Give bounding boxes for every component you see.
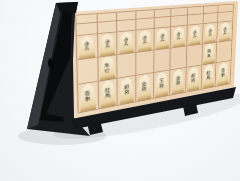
shogi-piece-pawn: 歩兵 <box>172 26 186 47</box>
shogi-piece-pawn: 歩兵 <box>204 23 217 43</box>
board-cell: 歩兵 <box>136 29 154 53</box>
shogi-board-grid: 歩兵歩兵歩兵歩兵歩兵歩兵歩兵歩兵歩兵角行飛車香車桂馬銀将金将玉将金将銀将桂馬香車 <box>75 4 234 114</box>
shogi-piece-king: 玉将 <box>155 71 169 98</box>
board-cell: 歩兵 <box>187 24 203 46</box>
board-cell <box>171 46 188 70</box>
board-cell <box>77 58 98 86</box>
case-shadow <box>18 127 106 145</box>
board-cell: 歩兵 <box>154 27 171 50</box>
board-cell: 香車 <box>216 61 231 86</box>
shogi-piece-bishop: 角行 <box>99 55 115 80</box>
board-cell: 歩兵 <box>203 23 219 44</box>
shogi-piece-pawn: 歩兵 <box>188 25 201 46</box>
board-cell: 桂馬 <box>201 63 216 89</box>
board-cell: 歩兵 <box>77 35 98 61</box>
shogi-piece-lance: 香車 <box>79 82 96 112</box>
board-cell: 歩兵 <box>98 33 118 58</box>
board-cell <box>154 48 171 73</box>
shogi-piece-pawn: 歩兵 <box>99 33 115 57</box>
shogi-piece-rook: 飛車 <box>203 43 216 65</box>
shogi-piece-lance: 香車 <box>217 61 230 86</box>
board-cell <box>118 53 137 79</box>
board-cell: 歩兵 <box>118 31 137 55</box>
photo-stage: 歩兵歩兵歩兵歩兵歩兵歩兵歩兵歩兵歩兵角行飛車香車桂馬銀将金将玉将金将銀将桂馬香車 <box>0 0 240 181</box>
board-cell: 銀将 <box>186 66 202 92</box>
case-left-bevel <box>27 3 62 129</box>
case-foot-left <box>87 120 103 135</box>
case-inner-gap <box>40 10 72 122</box>
shogi-piece-pawn: 歩兵 <box>119 31 134 54</box>
board-cell: 桂馬 <box>98 79 118 109</box>
shogi-piece-knight: 桂馬 <box>100 79 116 108</box>
board-cell: 歩兵 <box>171 26 188 48</box>
shogi-piece-silver-general: 銀将 <box>187 66 200 92</box>
shogi-piece-pawn: 歩兵 <box>218 22 231 42</box>
shogi-piece-knight: 桂馬 <box>202 64 215 89</box>
board-cell <box>136 50 154 75</box>
shogi-piece-gold-general: 金将 <box>137 74 151 102</box>
shogi-piece-pawn: 歩兵 <box>138 29 153 51</box>
board-cell: 飛車 <box>202 42 217 65</box>
shogi-piece-pawn: 歩兵 <box>155 28 169 50</box>
shogi-piece-gold-general: 金将 <box>171 68 184 94</box>
board-cell: 銀将 <box>118 76 136 105</box>
board-cell: 玉将 <box>154 71 171 98</box>
shogi-piece-silver-general: 銀将 <box>119 76 134 104</box>
board-cell <box>217 41 232 64</box>
shogi-piece-pawn: 歩兵 <box>78 35 95 59</box>
board-cell: 香車 <box>78 82 99 112</box>
case-notch <box>47 58 55 70</box>
board-cell: 歩兵 <box>217 22 232 43</box>
board-cell <box>187 44 203 68</box>
board-cell: 金将 <box>170 68 186 95</box>
board-cell: 金将 <box>136 73 154 101</box>
board-cell: 角行 <box>98 55 118 82</box>
case-foot-right <box>183 103 198 116</box>
shogi-board: 歩兵歩兵歩兵歩兵歩兵歩兵歩兵歩兵歩兵角行飛車香車桂馬銀将金将玉将金将銀将桂馬香車 <box>70 1 238 119</box>
